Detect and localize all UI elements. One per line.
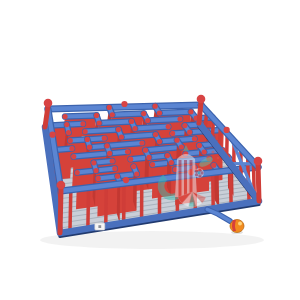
watermark-dot: [211, 150, 214, 153]
watermark-dot: [217, 157, 220, 160]
manufacturer-label: [95, 223, 105, 230]
air-blower: [207, 209, 244, 234]
product-photo-canvas: [0, 0, 300, 300]
inflatable-maze-photo: [0, 0, 300, 300]
